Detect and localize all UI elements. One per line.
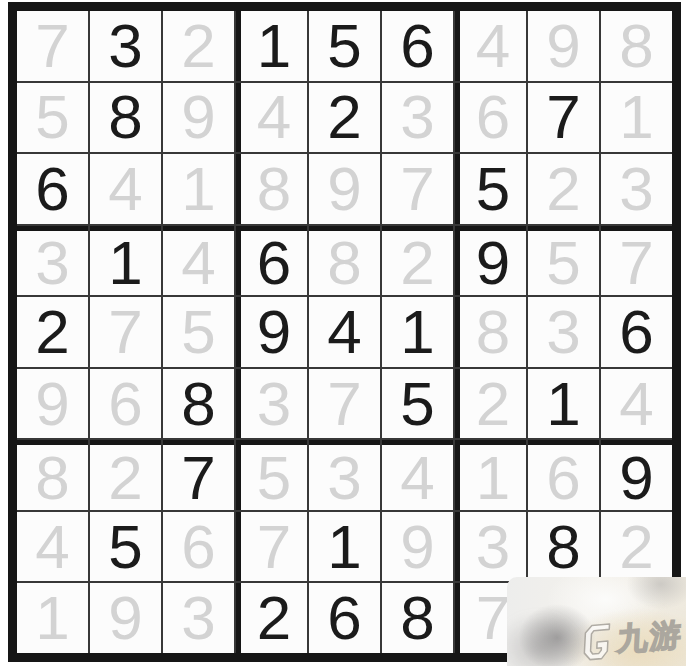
solved-digit: 4 <box>108 158 142 220</box>
solved-digit: 1 <box>181 158 215 220</box>
cell-r3c4[interactable]: 8 <box>236 154 307 224</box>
solved-digit: 8 <box>619 15 653 77</box>
watermark-text: 九游 <box>616 613 684 661</box>
solved-digit: 4 <box>400 447 434 509</box>
given-digit: 2 <box>327 86 361 148</box>
cell-r3c3[interactable]: 1 <box>163 154 234 224</box>
cell-r7c7[interactable]: 1 <box>455 440 526 510</box>
solved-digit: 9 <box>400 516 434 578</box>
cell-r6c1[interactable]: 9 <box>17 369 88 439</box>
given-digit: 5 <box>476 158 510 220</box>
given-digit: 6 <box>619 301 653 363</box>
cell-r3c7[interactable]: 5 <box>455 154 526 224</box>
cell-r6c2[interactable]: 6 <box>90 369 161 439</box>
cell-r1c2[interactable]: 3 <box>90 11 161 81</box>
given-digit: 7 <box>546 86 580 148</box>
cell-r9c3[interactable]: 3 <box>163 583 234 653</box>
solved-digit: 6 <box>546 447 580 509</box>
cell-r3c9[interactable]: 3 <box>601 154 672 224</box>
cell-r6c9[interactable]: 4 <box>601 369 672 439</box>
cell-r5c6[interactable]: 1 <box>382 297 453 367</box>
cell-r1c5[interactable]: 5 <box>309 11 380 81</box>
solved-digit: 8 <box>257 158 291 220</box>
cell-r7c6[interactable]: 4 <box>382 440 453 510</box>
cell-r5c1[interactable]: 2 <box>17 297 88 367</box>
solved-digit: 9 <box>35 373 69 435</box>
cell-r8c9[interactable]: 2 <box>601 512 672 582</box>
given-digit: 4 <box>327 301 361 363</box>
cell-r5c4[interactable]: 9 <box>236 297 307 367</box>
solved-digit: 5 <box>257 447 291 509</box>
solved-digit: 7 <box>619 232 653 294</box>
solved-digit: 1 <box>619 86 653 148</box>
cell-r6c6[interactable]: 5 <box>382 369 453 439</box>
solved-digit: 6 <box>108 373 142 435</box>
given-digit: 9 <box>476 232 510 294</box>
cell-r2c3[interactable]: 9 <box>163 83 234 153</box>
solved-digit: 6 <box>181 516 215 578</box>
jiuyou-logo-icon <box>579 620 615 663</box>
given-digit: 6 <box>257 232 291 294</box>
given-digit: 1 <box>400 301 434 363</box>
cell-r8c5[interactable]: 1 <box>309 512 380 582</box>
cell-r4c3[interactable]: 4 <box>163 226 234 296</box>
cell-r4c9[interactable]: 7 <box>601 226 672 296</box>
solved-digit: 9 <box>108 587 142 649</box>
solved-digit: 8 <box>476 301 510 363</box>
solved-digit: 9 <box>327 158 361 220</box>
cell-r7c5[interactable]: 3 <box>309 440 380 510</box>
given-digit: 5 <box>400 373 434 435</box>
solved-digit: 3 <box>476 516 510 578</box>
cell-r9c1[interactable]: 1 <box>17 583 88 653</box>
solved-digit: 3 <box>257 373 291 435</box>
solved-digit: 9 <box>181 86 215 148</box>
cell-r8c7[interactable]: 3 <box>455 512 526 582</box>
cell-r5c5[interactable]: 4 <box>309 297 380 367</box>
solved-digit: 2 <box>476 373 510 435</box>
given-digit: 2 <box>35 301 69 363</box>
solved-digit: 1 <box>476 447 510 509</box>
given-digit: 5 <box>327 15 361 77</box>
given-digit: 6 <box>327 587 361 649</box>
solved-digit: 4 <box>476 15 510 77</box>
cell-r5c8[interactable]: 3 <box>528 297 599 367</box>
given-digit: 8 <box>400 587 434 649</box>
solved-digit: 2 <box>546 158 580 220</box>
cell-r9c4[interactable]: 2 <box>236 583 307 653</box>
solved-digit: 2 <box>619 516 653 578</box>
given-digit: 1 <box>546 373 580 435</box>
solved-digit: 4 <box>181 232 215 294</box>
cell-r6c7[interactable]: 2 <box>455 369 526 439</box>
cell-r5c2[interactable]: 7 <box>90 297 161 367</box>
cell-r7c8[interactable]: 6 <box>528 440 599 510</box>
cell-r7c1[interactable]: 8 <box>17 440 88 510</box>
cell-r8c6[interactable]: 9 <box>382 512 453 582</box>
solved-digit: 7 <box>476 587 510 649</box>
cell-r4c5[interactable]: 8 <box>309 226 380 296</box>
solved-digit: 5 <box>546 232 580 294</box>
solved-digit: 4 <box>619 373 653 435</box>
cell-r3c8[interactable]: 2 <box>528 154 599 224</box>
cell-r6c8[interactable]: 1 <box>528 369 599 439</box>
cell-r3c1[interactable]: 6 <box>17 154 88 224</box>
cell-r5c3[interactable]: 5 <box>163 297 234 367</box>
cell-r9c6[interactable]: 8 <box>382 583 453 653</box>
given-digit: 9 <box>619 447 653 509</box>
solved-digit: 5 <box>181 301 215 363</box>
solved-digit: 3 <box>181 587 215 649</box>
cell-r2c5[interactable]: 2 <box>309 83 380 153</box>
cell-r4c8[interactable]: 5 <box>528 226 599 296</box>
cell-r1c3[interactable]: 2 <box>163 11 234 81</box>
cell-r9c5[interactable]: 6 <box>309 583 380 653</box>
solved-digit: 3 <box>327 447 361 509</box>
cell-r7c2[interactable]: 2 <box>90 440 161 510</box>
cell-r2c6[interactable]: 3 <box>382 83 453 153</box>
solved-digit: 3 <box>619 158 653 220</box>
given-digit: 1 <box>327 516 361 578</box>
given-digit: 7 <box>181 447 215 509</box>
given-digit: 6 <box>35 158 69 220</box>
solved-digit: 4 <box>257 86 291 148</box>
given-digit: 8 <box>181 373 215 435</box>
given-digit: 6 <box>400 15 434 77</box>
solved-digit: 9 <box>546 15 580 77</box>
cell-r1c9[interactable]: 8 <box>601 11 672 81</box>
cell-r2c1[interactable]: 5 <box>17 83 88 153</box>
cell-r1c1[interactable]: 7 <box>17 11 88 81</box>
given-digit: 1 <box>257 15 291 77</box>
cell-r1c6[interactable]: 6 <box>382 11 453 81</box>
cell-r6c4[interactable]: 3 <box>236 369 307 439</box>
solved-digit: 7 <box>108 301 142 363</box>
cell-r5c7[interactable]: 8 <box>455 297 526 367</box>
cell-r8c2[interactable]: 5 <box>90 512 161 582</box>
cell-r7c9[interactable]: 9 <box>601 440 672 510</box>
cell-r1c8[interactable]: 9 <box>528 11 599 81</box>
cell-r2c2[interactable]: 8 <box>90 83 161 153</box>
cell-r4c2[interactable]: 1 <box>90 226 161 296</box>
solved-digit: 3 <box>546 301 580 363</box>
solved-digit: 4 <box>35 516 69 578</box>
solved-digit: 7 <box>257 516 291 578</box>
cell-r4c1[interactable]: 3 <box>17 226 88 296</box>
watermark-overlay: 九游 <box>507 577 686 666</box>
solved-digit: 3 <box>400 86 434 148</box>
given-digit: 5 <box>108 516 142 578</box>
solved-digit: 3 <box>35 232 69 294</box>
given-digit: 2 <box>257 587 291 649</box>
cell-r8c4[interactable]: 7 <box>236 512 307 582</box>
solved-digit: 6 <box>476 86 510 148</box>
solved-digit: 8 <box>327 232 361 294</box>
cell-r8c3[interactable]: 6 <box>163 512 234 582</box>
solved-digit: 7 <box>400 158 434 220</box>
given-digit: 8 <box>108 86 142 148</box>
solved-digit: 2 <box>400 232 434 294</box>
cell-r3c5[interactable]: 9 <box>309 154 380 224</box>
solved-digit: 2 <box>108 447 142 509</box>
given-digit: 9 <box>257 301 291 363</box>
cell-r4c4[interactable]: 6 <box>236 226 307 296</box>
solved-digit: 2 <box>181 15 215 77</box>
solved-digit: 7 <box>327 373 361 435</box>
cell-r3c6[interactable]: 7 <box>382 154 453 224</box>
given-digit: 1 <box>108 232 142 294</box>
cell-r8c8[interactable]: 8 <box>528 512 599 582</box>
cell-r4c6[interactable]: 2 <box>382 226 453 296</box>
cell-r1c7[interactable]: 4 <box>455 11 526 81</box>
cell-r7c3[interactable]: 7 <box>163 440 234 510</box>
cell-r6c3[interactable]: 8 <box>163 369 234 439</box>
solved-digit: 8 <box>35 447 69 509</box>
cell-r9c2[interactable]: 9 <box>90 583 161 653</box>
solved-digit: 5 <box>35 86 69 148</box>
sudoku-screenshot: 7321564985894236716418975233146829572759… <box>0 0 686 666</box>
solved-digit: 7 <box>35 15 69 77</box>
given-digit: 8 <box>546 516 580 578</box>
cell-r7c4[interactable]: 5 <box>236 440 307 510</box>
cell-r2c9[interactable]: 1 <box>601 83 672 153</box>
cell-r3c2[interactable]: 4 <box>90 154 161 224</box>
cell-r4c7[interactable]: 9 <box>455 226 526 296</box>
cell-r2c8[interactable]: 7 <box>528 83 599 153</box>
cell-r1c4[interactable]: 1 <box>236 11 307 81</box>
given-digit: 3 <box>108 15 142 77</box>
cell-r2c4[interactable]: 4 <box>236 83 307 153</box>
solved-digit: 1 <box>35 587 69 649</box>
cell-r2c7[interactable]: 6 <box>455 83 526 153</box>
cell-r6c5[interactable]: 7 <box>309 369 380 439</box>
cell-r8c1[interactable]: 4 <box>17 512 88 582</box>
sudoku-board: 7321564985894236716418975233146829572759… <box>8 2 681 662</box>
cell-r5c9[interactable]: 6 <box>601 297 672 367</box>
